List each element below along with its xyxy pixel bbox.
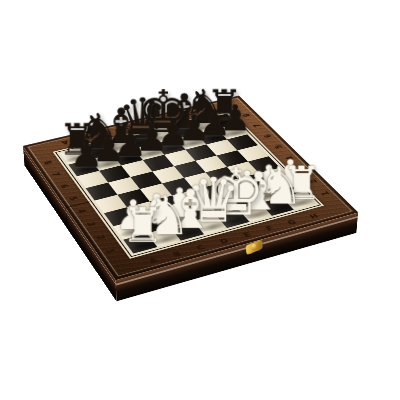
piece-white-rook-a1[interactable]: ♜ xyxy=(100,204,187,247)
chess-board-box: ABCDEFGH ABCDEFGH 87654321 87654321 ♜♞♝♛… xyxy=(23,96,358,281)
piece-black-pawn-a7[interactable]: ♟ xyxy=(47,137,126,171)
chess-set-photo: ABCDEFGH ABCDEFGH 87654321 87654321 ♜♞♝♛… xyxy=(0,0,400,400)
pieces-layer: ♜♞♝♛♚♝♞♜♟♟♟♟♟♟♟♟♟♟♟♟♟♟♟♟♜♞♝♛♚♝♞♜ xyxy=(23,95,358,279)
board-top-face: ABCDEFGH ABCDEFGH 87654321 87654321 ♜♞♝♛… xyxy=(23,96,358,281)
